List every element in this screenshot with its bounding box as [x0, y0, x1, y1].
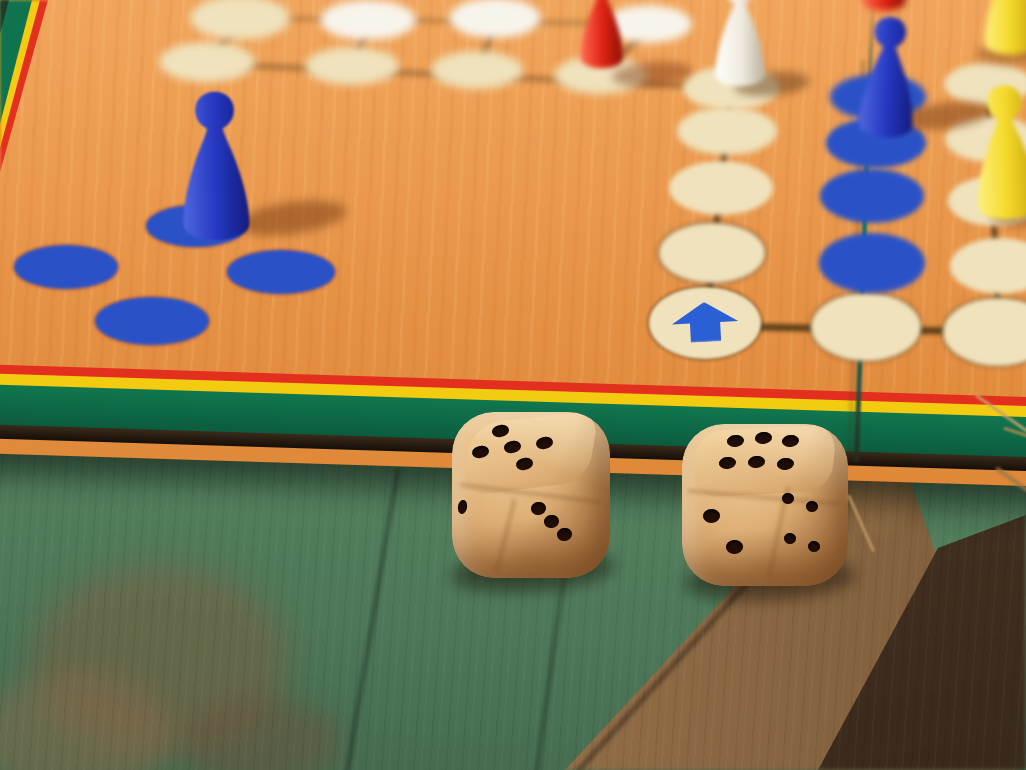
scene-ludo-photo	[0, 0, 1026, 770]
die-pip-front	[556, 527, 572, 541]
die-facets	[452, 412, 610, 578]
left-die	[452, 412, 610, 578]
die-pip-front	[543, 514, 559, 528]
die-pip-front	[530, 501, 546, 515]
right-die	[682, 424, 848, 586]
die-facets	[682, 424, 848, 586]
